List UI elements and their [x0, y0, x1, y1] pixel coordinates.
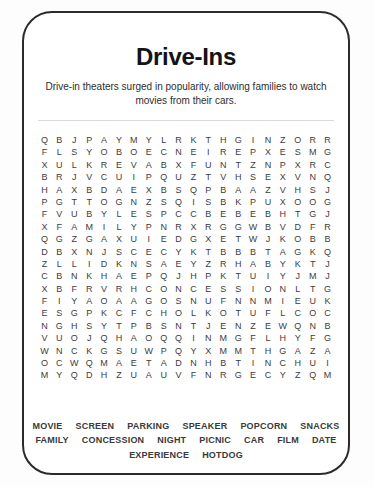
- grid-cell: H: [290, 184, 305, 196]
- grid-cell: L: [111, 221, 126, 233]
- grid-cell: V: [82, 171, 97, 183]
- grid-cell: B: [246, 246, 261, 258]
- grid-cell: N: [246, 295, 261, 307]
- grid-cell: E: [126, 270, 141, 282]
- grid-cell: D: [171, 233, 186, 245]
- grid-cell: X: [171, 159, 186, 171]
- grid-cell: S: [201, 196, 216, 208]
- grid-cell: C: [141, 307, 156, 319]
- grid-cell: F: [305, 221, 320, 233]
- grid-cell: K: [82, 345, 97, 357]
- grid-cell: T: [231, 233, 246, 245]
- grid-cell: A: [111, 295, 126, 307]
- grid-cell: O: [156, 295, 171, 307]
- grid-cell: H: [97, 270, 112, 282]
- grid-cell: A: [246, 258, 261, 270]
- word-list-item: FILM: [277, 433, 299, 448]
- grid-cell: X: [275, 171, 290, 183]
- grid-cell: O: [305, 196, 320, 208]
- grid-cell: P: [126, 320, 141, 332]
- grid-cell: B: [231, 208, 246, 220]
- puzzle-card: Drive-Ins Drive-in theaters surged in po…: [22, 11, 350, 475]
- grid-cell: I: [246, 357, 261, 369]
- grid-cell: T: [260, 246, 275, 258]
- grid-cell: Z: [290, 369, 305, 381]
- grid-cell: N: [52, 345, 67, 357]
- grid-cell: E: [171, 258, 186, 270]
- grid-cell: I: [275, 295, 290, 307]
- grid-cell: M: [126, 134, 141, 146]
- grid-cell: X: [37, 283, 52, 295]
- grid-cell: Y: [126, 221, 141, 233]
- grid-cell: N: [171, 146, 186, 158]
- grid-cell: L: [67, 258, 82, 270]
- grid-cell: I: [82, 258, 97, 270]
- grid-cell: S: [305, 184, 320, 196]
- grid-cell: Z: [246, 159, 261, 171]
- grid-cell: P: [201, 270, 216, 282]
- grid-cell: E: [37, 307, 52, 319]
- grid-cell: J: [67, 134, 82, 146]
- grid-cell: B: [260, 208, 275, 220]
- grid-cell: A: [67, 221, 82, 233]
- grid-cell: A: [275, 246, 290, 258]
- grid-cell: Y: [111, 134, 126, 146]
- grid-cell: S: [156, 320, 171, 332]
- grid-cell: X: [201, 345, 216, 357]
- grid-cell: Z: [305, 345, 320, 357]
- grid-cell: G: [320, 283, 335, 295]
- grid-cell: Q: [171, 332, 186, 344]
- grid-cell: D: [82, 369, 97, 381]
- grid-cell: T: [201, 246, 216, 258]
- grid-cell: Y: [275, 369, 290, 381]
- grid-cell: G: [231, 221, 246, 233]
- grid-cell: F: [246, 332, 261, 344]
- grid-cell: F: [37, 208, 52, 220]
- grid-cell: S: [52, 307, 67, 319]
- grid-cell: N: [260, 357, 275, 369]
- grid-cell: D: [97, 184, 112, 196]
- grid-cell: C: [171, 208, 186, 220]
- grid-cell: B: [111, 146, 126, 158]
- grid-cell: E: [216, 320, 231, 332]
- grid-cell: P: [141, 171, 156, 183]
- grid-cell: L: [52, 146, 67, 158]
- grid-cell: C: [186, 283, 201, 295]
- grid-cell: G: [97, 345, 112, 357]
- grid-cell: K: [111, 258, 126, 270]
- grid-cell: S: [171, 295, 186, 307]
- grid-cell: S: [231, 283, 246, 295]
- grid-cell: B: [216, 246, 231, 258]
- grid-cell: E: [290, 295, 305, 307]
- grid-cell: D: [290, 221, 305, 233]
- grid-cell: H: [231, 171, 246, 183]
- grid-cell: Y: [275, 258, 290, 270]
- grid-cell: Q: [320, 246, 335, 258]
- grid-cell: Y: [141, 134, 156, 146]
- grid-cell: I: [246, 134, 261, 146]
- grid-cell: U: [201, 295, 216, 307]
- grid-cell: U: [52, 159, 67, 171]
- grid-cell: J: [201, 320, 216, 332]
- grid-cell: Q: [82, 357, 97, 369]
- word-list-line: FAMILYCONCESSIONNIGHTPICNICCARFILMDATE: [24, 433, 348, 448]
- grid-cell: F: [216, 295, 231, 307]
- grid-cell: B: [216, 184, 231, 196]
- grid-cell: S: [290, 146, 305, 158]
- grid-cell: C: [126, 246, 141, 258]
- grid-cell: R: [171, 221, 186, 233]
- word-list-line: MOVIESCREENPARKINGSPEAKERPOPCORNSNACKS: [24, 419, 348, 434]
- grid-cell: Q: [156, 270, 171, 282]
- grid-cell: J: [67, 171, 82, 183]
- grid-cell: T: [111, 320, 126, 332]
- grid-cell: G: [231, 332, 246, 344]
- grid-cell: J: [290, 270, 305, 282]
- grid-cell: W: [141, 345, 156, 357]
- grid-cell: E: [231, 146, 246, 158]
- grid-cell: F: [305, 332, 320, 344]
- grid-cell: O: [97, 295, 112, 307]
- grid-cell: W: [37, 345, 52, 357]
- grid-cell: O: [156, 283, 171, 295]
- grid-cell: K: [231, 196, 246, 208]
- word-list: MOVIESCREENPARKINGSPEAKERPOPCORNSNACKSFA…: [24, 419, 348, 463]
- grid-cell: H: [37, 184, 52, 196]
- grid-cell: P: [246, 146, 261, 158]
- grid-cell: B: [82, 208, 97, 220]
- grid-cell: S: [67, 146, 82, 158]
- grid-cell: C: [67, 345, 82, 357]
- grid-cell: X: [186, 221, 201, 233]
- grid-cell: G: [186, 233, 201, 245]
- grid-cell: W: [246, 221, 261, 233]
- grid-cell: H: [201, 357, 216, 369]
- grid-cell: K: [97, 307, 112, 319]
- word-search-grid: QBJPAYMYLRKTHGINZORRFLSYOBOECNEIREPXESMG…: [37, 134, 335, 382]
- grid-cell: A: [52, 184, 67, 196]
- grid-cell: F: [67, 283, 82, 295]
- grid-cell: Z: [260, 184, 275, 196]
- grid-cell: O: [141, 332, 156, 344]
- grid-cell: Q: [186, 184, 201, 196]
- grid-cell: N: [171, 320, 186, 332]
- grid-cell: B: [52, 270, 67, 282]
- grid-cell: B: [201, 208, 216, 220]
- grid-cell: J: [171, 270, 186, 282]
- grid-cell: R: [111, 283, 126, 295]
- grid-cell: R: [320, 134, 335, 146]
- word-list-item: SCREEN: [76, 419, 115, 434]
- grid-cell: N: [67, 270, 82, 282]
- grid-cell: G: [82, 233, 97, 245]
- grid-cell: I: [52, 295, 67, 307]
- grid-cell: U: [260, 196, 275, 208]
- grid-cell: N: [37, 320, 52, 332]
- grid-cell: H: [67, 320, 82, 332]
- grid-cell: T: [201, 171, 216, 183]
- grid-cell: G: [320, 146, 335, 158]
- grid-cell: G: [231, 134, 246, 146]
- grid-cell: U: [305, 295, 320, 307]
- grid-cell: G: [111, 196, 126, 208]
- grid-cell: J: [320, 270, 335, 282]
- grid-cell: J: [320, 258, 335, 270]
- grid-cell: H: [260, 345, 275, 357]
- grid-cell: B: [37, 171, 52, 183]
- grid-cell: N: [231, 295, 246, 307]
- grid-cell: A: [111, 270, 126, 282]
- grid-cell: V: [275, 184, 290, 196]
- grid-cell: O: [290, 233, 305, 245]
- grid-cell: R: [52, 171, 67, 183]
- grid-cell: N: [275, 283, 290, 295]
- grid-cell: S: [111, 345, 126, 357]
- word-list-item: CAR: [244, 433, 264, 448]
- grid-cell: T: [305, 258, 320, 270]
- grid-cell: Y: [275, 270, 290, 282]
- grid-cell: K: [290, 258, 305, 270]
- grid-cell: C: [156, 146, 171, 158]
- grid-cell: T: [231, 307, 246, 319]
- grid-cell: V: [52, 208, 67, 220]
- grid-cell: D: [37, 246, 52, 258]
- grid-cell: H: [216, 134, 231, 146]
- grid-cell: S: [216, 283, 231, 295]
- grid-cell: O: [171, 307, 186, 319]
- grid-cell: A: [246, 184, 261, 196]
- puzzle-title: Drive-Ins: [24, 43, 348, 71]
- word-list-item: PARKING: [127, 419, 169, 434]
- grid-cell: R: [97, 159, 112, 171]
- grid-cell: R: [216, 369, 231, 381]
- grid-cell: C: [260, 369, 275, 381]
- grid-cell: F: [260, 307, 275, 319]
- grid-cell: C: [141, 283, 156, 295]
- grid-cell: V: [37, 332, 52, 344]
- grid-cell: X: [201, 233, 216, 245]
- grid-cell: R: [216, 146, 231, 158]
- grid-cell: U: [126, 369, 141, 381]
- grid-cell: K: [82, 159, 97, 171]
- grid-cell: A: [126, 332, 141, 344]
- grid-cell: B: [260, 221, 275, 233]
- grid-cell: S: [141, 208, 156, 220]
- grid-cell: E: [156, 233, 171, 245]
- grid-cell: E: [260, 320, 275, 332]
- grid-cell: N: [126, 196, 141, 208]
- grid-cell: U: [305, 357, 320, 369]
- grid-cell: L: [156, 134, 171, 146]
- grid-cell: Q: [37, 134, 52, 146]
- grid-cell: L: [186, 307, 201, 319]
- grid-cell: Z: [67, 233, 82, 245]
- grid-cell: N: [156, 221, 171, 233]
- grid-cell: N: [201, 332, 216, 344]
- grid-cell: M: [305, 146, 320, 158]
- grid-cell: Q: [156, 171, 171, 183]
- grid-cell: B: [216, 357, 231, 369]
- grid-cell: X: [141, 184, 156, 196]
- grid-cell: Q: [290, 320, 305, 332]
- grid-cell: A: [97, 134, 112, 146]
- grid-cell: X: [260, 146, 275, 158]
- grid-cell: A: [111, 357, 126, 369]
- grid-cell: A: [320, 345, 335, 357]
- grid-cell: Y: [52, 369, 67, 381]
- word-list-item: MOVIE: [32, 419, 62, 434]
- grid-cell: Z: [111, 369, 126, 381]
- grid-cell: A: [141, 159, 156, 171]
- grid-cell: H: [290, 357, 305, 369]
- grid-cell: W: [275, 320, 290, 332]
- grid-cell: J: [97, 246, 112, 258]
- grid-cell: E: [246, 369, 261, 381]
- grid-cell: G: [67, 307, 82, 319]
- grid-cell: I: [186, 332, 201, 344]
- grid-cell: E: [275, 146, 290, 158]
- grid-cell: N: [260, 134, 275, 146]
- grid-cell: K: [216, 270, 231, 282]
- grid-cell: R: [171, 134, 186, 146]
- grid-cell: K: [186, 134, 201, 146]
- grid-cell: E: [111, 159, 126, 171]
- grid-cell: L: [52, 258, 67, 270]
- grid-cell: I: [186, 196, 201, 208]
- grid-cell: F: [37, 146, 52, 158]
- word-list-item: SPEAKER: [182, 419, 227, 434]
- grid-cell: C: [97, 171, 112, 183]
- grid-cell: Z: [246, 320, 261, 332]
- grid-cell: Z: [201, 258, 216, 270]
- grid-cell: H: [156, 307, 171, 319]
- grid-cell: U: [52, 332, 67, 344]
- puzzle-subtitle: Drive-in theaters surged in popularity, …: [35, 80, 337, 107]
- grid-cell: Z: [186, 171, 201, 183]
- grid-cell: O: [290, 134, 305, 146]
- grid-cell: G: [275, 345, 290, 357]
- grid-cell: U: [126, 233, 141, 245]
- grid-cell: G: [52, 233, 67, 245]
- grid-cell: J: [82, 332, 97, 344]
- grid-cell: L: [67, 159, 82, 171]
- grid-cell: K: [201, 307, 216, 319]
- grid-cell: B: [52, 134, 67, 146]
- grid-cell: B: [216, 196, 231, 208]
- grid-cell: L: [260, 332, 275, 344]
- grid-cell: P: [82, 134, 97, 146]
- grid-cell: H: [97, 369, 112, 381]
- grid-cell: V: [275, 221, 290, 233]
- grid-cell: E: [126, 357, 141, 369]
- grid-cell: K: [186, 246, 201, 258]
- grid-cell: G: [320, 332, 335, 344]
- grid-cell: E: [246, 208, 261, 220]
- grid-cell: M: [320, 369, 335, 381]
- grid-cell: Y: [97, 320, 112, 332]
- grid-cell: I: [201, 146, 216, 158]
- grid-cell: E: [260, 171, 275, 183]
- grid-cell: Z: [275, 134, 290, 146]
- grid-cell: X: [67, 246, 82, 258]
- grid-cell: O: [126, 146, 141, 158]
- grid-cell: K: [275, 233, 290, 245]
- grid-cell: V: [97, 283, 112, 295]
- grid-cell: P: [141, 221, 156, 233]
- grid-cell: Q: [37, 233, 52, 245]
- grid-cell: R: [201, 221, 216, 233]
- grid-cell: T: [67, 196, 82, 208]
- grid-cell: G: [290, 246, 305, 258]
- grid-cell: S: [246, 171, 261, 183]
- grid-cell: U: [111, 171, 126, 183]
- grid-cell: C: [320, 159, 335, 171]
- grid-cell: I: [246, 283, 261, 295]
- grid-cell: I: [97, 221, 112, 233]
- grid-cell: U: [126, 345, 141, 357]
- word-list-item: HOTDOG: [202, 448, 243, 463]
- grid-cell: M: [260, 295, 275, 307]
- grid-cell: C: [111, 307, 126, 319]
- grid-cell: Q: [305, 369, 320, 381]
- grid-cell: B: [52, 283, 67, 295]
- grid-cell: M: [37, 369, 52, 381]
- grid-cell: N: [305, 320, 320, 332]
- grid-cell: N: [186, 357, 201, 369]
- grid-cell: P: [156, 208, 171, 220]
- grid-cell: S: [171, 184, 186, 196]
- grid-cell: H: [186, 270, 201, 282]
- grid-cell: E: [216, 208, 231, 220]
- grid-cell: T: [246, 345, 261, 357]
- grid-cell: J: [320, 184, 335, 196]
- grid-cell: R: [305, 159, 320, 171]
- grid-cell: E: [186, 146, 201, 158]
- grid-cell: E: [216, 233, 231, 245]
- grid-cell: L: [275, 307, 290, 319]
- word-list-item: DATE: [312, 433, 337, 448]
- grid-cell: S: [111, 246, 126, 258]
- grid-cell: G: [141, 295, 156, 307]
- grid-cell: P: [275, 159, 290, 171]
- grid-cell: U: [201, 159, 216, 171]
- grid-cell: C: [275, 357, 290, 369]
- grid-cell: A: [126, 295, 141, 307]
- grid-cell: G: [320, 196, 335, 208]
- grid-cell: H: [275, 332, 290, 344]
- grid-cell: O: [97, 196, 112, 208]
- grid-cell: S: [141, 258, 156, 270]
- grid-cell: K: [320, 295, 335, 307]
- grid-cell: A: [156, 258, 171, 270]
- grid-cell: R: [320, 221, 335, 233]
- grid-cell: N: [126, 258, 141, 270]
- grid-cell: H: [275, 208, 290, 220]
- grid-cell: Y: [186, 258, 201, 270]
- grid-cell: Q: [171, 345, 186, 357]
- grid-cell: V: [216, 171, 231, 183]
- grid-cell: R: [305, 134, 320, 146]
- grid-cell: F: [37, 295, 52, 307]
- grid-cell: Y: [67, 295, 82, 307]
- grid-cell: D: [97, 258, 112, 270]
- word-list-item: NIGHT: [157, 433, 186, 448]
- divider: [38, 120, 334, 121]
- grid-cell: O: [290, 196, 305, 208]
- grid-cell: F: [186, 159, 201, 171]
